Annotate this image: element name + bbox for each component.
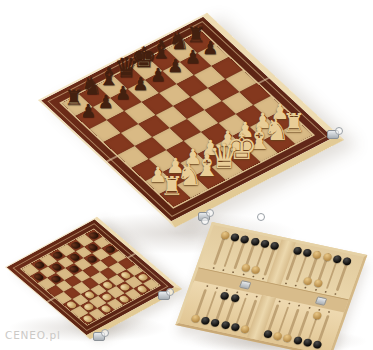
backgammon-checker-black — [210, 318, 221, 327]
backgammon-checker-tan — [312, 250, 323, 259]
product-photo-scene: ♜♞♝♛♚♝♞♜♟♟♟♟♟♟♟♟♟♟♟♟♟♟♟♟♜♞♝♛♚♝♞♜ CENEO.p… — [0, 0, 373, 350]
backgammon-peg-hole — [305, 287, 307, 289]
backgammon-peg-hole — [262, 278, 264, 280]
backgammon-peg-hole — [216, 287, 218, 289]
backgammon-peg-hole — [298, 305, 300, 307]
backgammon-checker-black — [292, 336, 303, 345]
chess-grid — [62, 31, 313, 207]
checkers-side-latch — [158, 291, 170, 300]
backgammon-board — [175, 222, 367, 350]
backgammon-checker-tan — [250, 265, 261, 274]
backgammon-checker-tan — [312, 311, 323, 320]
backgammon-peg-hole — [325, 291, 327, 293]
backgammon-checker-black — [292, 246, 303, 255]
backgammon-checker-tan — [282, 334, 293, 343]
backgammon-hinge-ring — [201, 217, 209, 225]
chess-side-latch — [327, 130, 339, 139]
backgammon-peg-hole — [295, 285, 297, 287]
backgammon-peg-hole — [226, 289, 228, 291]
backgammon-peg-hole — [246, 293, 248, 295]
backgammon-peg-hole — [232, 271, 234, 273]
backgammon-peg-hole — [206, 285, 208, 287]
backgammon-peg-hole — [242, 273, 244, 275]
backgammon-peg-hole — [288, 303, 290, 305]
backgammon-checker-tan — [272, 332, 283, 341]
backgammon-checker-black — [240, 235, 251, 244]
backgammon-peg-hole — [328, 311, 330, 313]
backgammon-checker-tan — [190, 314, 201, 323]
backgammon-peg-hole — [315, 289, 317, 291]
backgammon-checker-tan — [322, 253, 333, 262]
backgammon-checker-black — [230, 323, 241, 332]
backgammon-peg-hole — [252, 276, 254, 278]
backgammon-peg-hole — [335, 293, 337, 295]
backgammon-checker-black — [200, 316, 211, 325]
watermark: CENEO.pl — [5, 329, 61, 341]
backgammon-checker-black — [220, 291, 231, 300]
backgammon-checker-tan — [303, 277, 314, 286]
backgammon-checker-black — [260, 239, 271, 248]
backgammon-checker-black — [230, 294, 241, 303]
backgammon-peg-hole — [278, 300, 280, 302]
backgammon-peg-hole — [222, 269, 224, 271]
backgammon-checker-tan — [313, 279, 324, 288]
backgammon-checker-black — [312, 340, 323, 349]
backgammon-checker-black — [230, 233, 241, 242]
backgammon-peg-hole — [212, 267, 214, 269]
backgammon-peg-hole — [256, 296, 258, 298]
backgammon-peg-hole — [308, 307, 310, 309]
checkers-front-latch — [93, 332, 105, 341]
backgammon-checker-black — [332, 255, 343, 264]
backgammon-checker-black — [262, 330, 273, 339]
backgammon-checker-black — [220, 321, 231, 330]
backgammon-checker-black — [302, 248, 313, 257]
backgammon-checker-tan — [240, 263, 251, 272]
chess-board — [38, 13, 344, 228]
backgammon-checker-black — [250, 237, 261, 246]
backgammon-checker-black — [342, 257, 353, 266]
backgammon-peg-hole — [285, 282, 287, 284]
backgammon-peg-hole — [236, 291, 238, 293]
backgammon-checker-black — [302, 338, 313, 347]
backgammon-checker-tan — [220, 231, 231, 240]
backgammon-peg-hole — [318, 309, 320, 311]
backgammon-hinge-ring — [257, 213, 265, 221]
